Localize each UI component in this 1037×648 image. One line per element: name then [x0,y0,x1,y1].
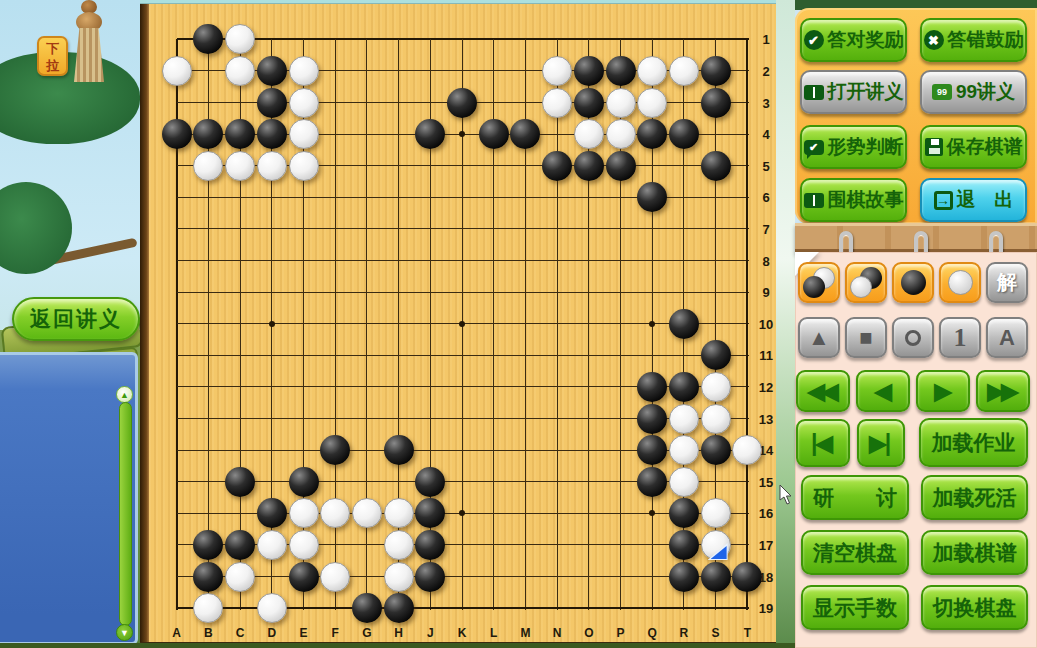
white-stone-icon [948,270,973,295]
black-stone [193,24,223,54]
column-label: G [359,626,375,640]
button-label: 围棋故事 [828,187,904,213]
go-to-end-button[interactable]: ▶| [857,419,905,467]
white-stone [352,498,382,528]
column-label: J [422,626,438,640]
save-disk-icon [925,138,943,156]
black-stone [225,119,255,149]
square-marker-icon: ■ [859,325,872,351]
scroll-up-button[interactable]: ▲ [116,386,133,403]
button-label: 保存棋谱 [947,134,1023,160]
star-point [459,510,465,516]
white-stone [669,435,699,465]
column-label: T [739,626,755,640]
grid-line-horizontal [177,38,750,40]
black-stone [415,530,445,560]
discuss-button[interactable]: 研 讨 [801,475,909,520]
black-stone [606,56,636,86]
white-stone [289,498,319,528]
black-stone [162,119,192,149]
load-life-death-button[interactable]: 加载死活 [921,475,1028,520]
black-stone [257,56,287,86]
grid-line-horizontal [177,228,750,229]
circle-marker-icon [905,330,921,346]
scroll-down-button[interactable]: ▼ [116,624,133,641]
show-move-numbers-button[interactable]: 显示手数 [801,585,909,630]
hanging-tassel [72,0,106,84]
step-forward-button[interactable]: ▶ [916,370,970,412]
white-stone [193,151,223,181]
alternate-white-first-tool[interactable] [845,262,887,303]
white-stone [542,88,572,118]
alternate-black-first-tool[interactable] [798,262,840,303]
white-stone [669,404,699,434]
grid-line-vertical [557,39,558,610]
button-label: 99讲义 [956,79,1015,105]
place-white-tool[interactable] [939,262,981,303]
white-stone [701,404,731,434]
button-label: 形势判断 [828,134,904,160]
black-stone [637,404,667,434]
exit-button[interactable]: → 退 出 [920,178,1027,222]
black-stone [637,435,667,465]
lecture-99-button[interactable]: 99 99讲义 [920,70,1027,114]
x-circle-icon: ✖ [924,30,944,50]
black-stone [701,435,731,465]
number-marker-tool[interactable]: 1 [939,317,981,358]
solve-button[interactable]: 解 [986,262,1028,303]
black-stone [701,340,731,370]
column-label: H [391,626,407,640]
go-board[interactable]: ABCDEFGHJKLMNOPQRST123456789101112131415… [140,4,776,644]
black-stone [637,467,667,497]
black-stone [384,435,414,465]
white-stone [574,119,604,149]
white-stone [289,151,319,181]
black-stone [669,372,699,402]
step-back-icon: ◀ [874,378,888,405]
column-label: P [613,626,629,640]
go-story-button[interactable]: 围棋故事 [800,178,907,222]
white-stone [701,372,731,402]
wrong-encourage-button[interactable]: ✖ 答错鼓励 [920,18,1027,62]
star-point [649,321,655,327]
star-point [459,321,465,327]
star-point [459,131,465,137]
triangle-marker-tool[interactable]: ▲ [798,317,840,358]
column-label: E [296,626,312,640]
circle-marker-tool[interactable] [892,317,934,358]
column-label: O [581,626,597,640]
column-label: K [454,626,470,640]
black-stone [415,562,445,592]
white-stone [669,467,699,497]
exit-icon: → [934,191,953,210]
background-waterfall-sliver [776,0,795,648]
go-learning-app: 下 拉 返回讲义 ▲ ▼ ABCDEFGHJKLMNOPQRST12345678… [0,0,1037,648]
save-kifu-button[interactable]: 保存棋谱 [920,125,1027,169]
letter-marker-tool[interactable]: A [986,317,1028,358]
rewind-icon: ◀◀ [807,378,834,405]
black-stone-icon [803,276,825,298]
black-stone [637,182,667,212]
column-label: A [169,626,185,640]
grid-line-horizontal [177,576,750,577]
white-stone [225,56,255,86]
black-stone [701,56,731,86]
black-stone [320,435,350,465]
black-stone [193,119,223,149]
white-stone [225,151,255,181]
open-book-icon [804,85,824,100]
black-stone [384,593,414,623]
white-stone [384,498,414,528]
black-stone [479,119,509,149]
black-stone [701,151,731,181]
go-to-end-icon: ▶| [869,430,889,457]
black-stone [415,119,445,149]
open-lecture-button[interactable]: 打开讲义 [800,70,907,114]
white-stone [637,88,667,118]
letter-marker-icon: A [999,325,1015,351]
black-stone [669,498,699,528]
column-label: L [486,626,502,640]
white-stone [732,435,762,465]
mouse-cursor [779,485,794,506]
black-stone [669,562,699,592]
column-label: S [708,626,724,640]
black-stone [225,530,255,560]
black-stone [510,119,540,149]
black-stone [225,467,255,497]
pull-down-tab[interactable]: 下 拉 [37,36,68,76]
column-label: N [549,626,565,640]
white-stone [384,530,414,560]
white-stone [637,56,667,86]
black-stone [415,467,445,497]
grid-line-horizontal [177,292,750,293]
button-label: 退 出 [957,187,1014,213]
position-judge-button[interactable]: ✔ 形势判断 [800,125,907,169]
button-label: 打开讲义 [828,79,904,105]
story-book-icon [804,193,824,208]
black-stone [542,151,572,181]
star-point [269,321,275,327]
scrollbar-thumb[interactable] [119,402,132,626]
white-stone [225,562,255,592]
white-stone [701,530,731,560]
grid-line-horizontal [177,355,750,356]
black-stone [289,562,319,592]
black-stone [193,562,223,592]
button-label: 答对奖励 [828,27,904,53]
white-stone [669,56,699,86]
step-forward-icon: ▶ [934,378,948,405]
grid-line-vertical [746,39,748,610]
black-stone [669,309,699,339]
book-99-icon: 99 [932,84,952,100]
black-stone [669,119,699,149]
black-stone [732,562,762,592]
white-stone [289,530,319,560]
black-stone [574,56,604,86]
white-stone [162,56,192,86]
board-grid[interactable]: ABCDEFGHJKLMNOPQRST123456789101112131415… [140,4,776,642]
black-stone [193,530,223,560]
column-label: Q [644,626,660,640]
step-back-button[interactable]: ◀ [856,370,910,412]
white-stone [606,88,636,118]
pine-tree [0,52,140,144]
fast-forward-button[interactable]: ▶▶ [976,370,1030,412]
white-stone [257,593,287,623]
triangle-marker-icon: ▲ [808,325,830,351]
black-stone [289,467,319,497]
number-marker-icon: 1 [954,323,967,353]
go-to-start-icon: |◀ [811,430,831,457]
white-stone [193,593,223,623]
clear-board-button[interactable]: 清空棋盘 [801,530,909,575]
place-black-tool[interactable] [892,262,934,303]
black-stone [415,498,445,528]
white-stone [257,530,287,560]
white-stone [289,56,319,86]
white-stone [384,562,414,592]
black-stone [257,88,287,118]
back-to-lecture-button[interactable]: 返回讲义 [12,297,140,341]
white-stone [225,24,255,54]
load-homework-button[interactable]: 加载作业 [919,418,1028,467]
solve-label: 解 [997,269,1017,296]
white-stone [606,119,636,149]
correct-reward-button[interactable]: ✔ 答对奖励 [800,18,907,62]
check-circle-icon: ✔ [804,30,824,50]
star-point [649,510,655,516]
white-stone [289,88,319,118]
square-marker-tool[interactable]: ■ [845,317,887,358]
black-stone [574,151,604,181]
white-stone [257,151,287,181]
white-stone-icon [850,276,872,298]
black-stone [257,498,287,528]
black-stone-icon [901,270,926,295]
bubble-check-icon: ✔ [804,140,824,155]
rewind-button[interactable]: ◀◀ [796,370,850,412]
column-label: D [264,626,280,640]
white-stone [542,56,572,86]
black-stone [669,530,699,560]
column-label: R [676,626,692,640]
black-stone [447,88,477,118]
black-stone [701,88,731,118]
switch-board-button[interactable]: 切换棋盘 [921,585,1028,630]
button-label: 答错鼓励 [948,27,1024,53]
black-stone [352,593,382,623]
column-label: C [232,626,248,640]
white-stone [289,119,319,149]
black-stone [574,88,604,118]
black-stone [257,119,287,149]
white-stone [320,562,350,592]
white-stone [701,498,731,528]
black-stone [637,372,667,402]
column-label: M [517,626,533,640]
load-kifu-button[interactable]: 加载棋谱 [921,530,1028,575]
black-stone [606,151,636,181]
white-stone [320,498,350,528]
go-to-start-button[interactable]: |◀ [796,419,850,467]
column-label: B [200,626,216,640]
black-stone [637,119,667,149]
fast-forward-icon: ▶▶ [987,378,1014,405]
bottom-grass [0,643,795,648]
column-label: F [327,626,343,640]
black-stone [701,562,731,592]
grid-line-horizontal [177,260,750,261]
